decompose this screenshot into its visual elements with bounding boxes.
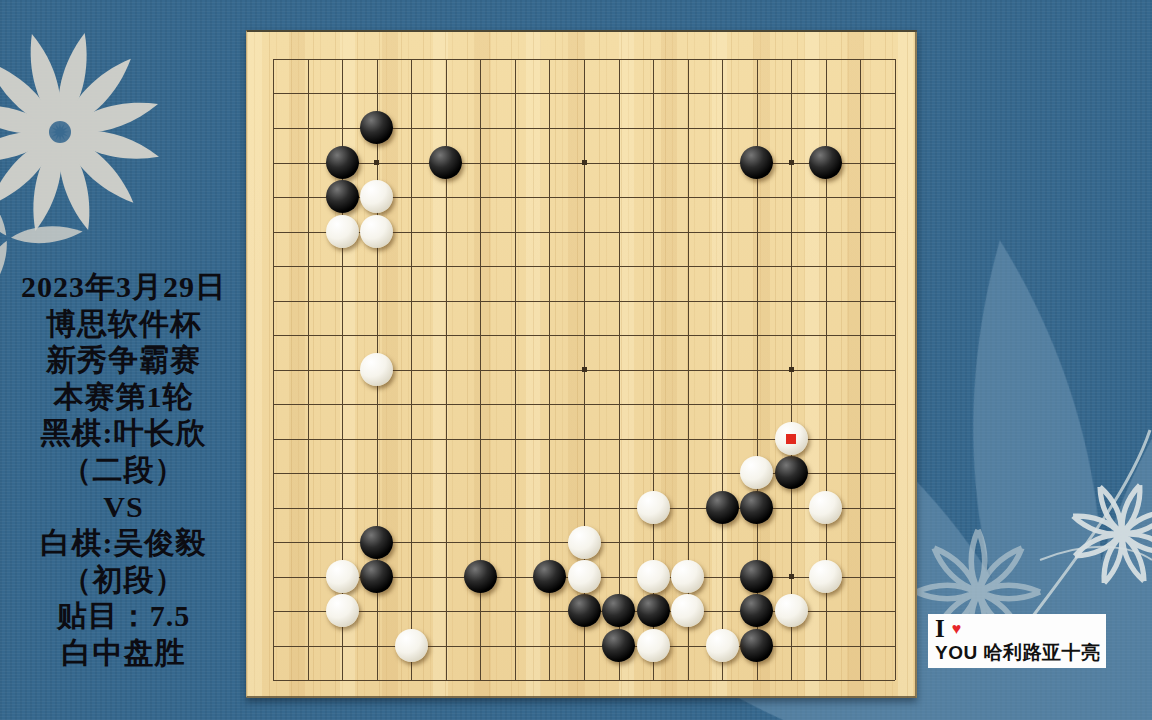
stone-white <box>637 629 670 662</box>
stone-white <box>706 629 739 662</box>
stone-black <box>326 180 359 213</box>
star-point <box>789 160 794 165</box>
info-line: 2023年3月29日 <box>0 269 247 306</box>
stone-black <box>740 594 773 627</box>
stone-white <box>671 594 704 627</box>
stone-white <box>568 526 601 559</box>
stone-black <box>740 146 773 179</box>
stone-black <box>326 146 359 179</box>
stone-black <box>740 629 773 662</box>
info-panel: 2023年3月29日博思软件杯新秀争霸赛本赛第1轮黑棋:叶长欣（二段）VS白棋:… <box>0 269 247 672</box>
stone-black <box>360 526 393 559</box>
star-point <box>374 160 379 165</box>
grass-stem-icon <box>1030 430 1152 620</box>
stone-black <box>706 491 739 524</box>
stone-black <box>602 594 635 627</box>
info-line: 博思软件杯 <box>0 306 247 343</box>
stone-white <box>740 456 773 489</box>
info-line: （初段） <box>0 562 247 599</box>
stone-black <box>740 491 773 524</box>
stone-black <box>360 560 393 593</box>
flower-icon <box>1055 467 1152 600</box>
watermark-i: I <box>935 616 945 641</box>
stone-black <box>464 560 497 593</box>
stone-white <box>809 491 842 524</box>
stone-black <box>775 456 808 489</box>
heart-icon: ♥ <box>952 621 962 637</box>
star-point <box>789 367 794 372</box>
info-line: 白棋:吴俊毅 <box>0 525 247 562</box>
info-line: 贴目：7.5 <box>0 598 247 635</box>
stone-black <box>809 146 842 179</box>
stone-white <box>360 353 393 386</box>
watermark-text: YOU 哈利路亚十亮 <box>935 642 1106 664</box>
info-line: 新秀争霸赛 <box>0 342 247 379</box>
stone-white <box>775 594 808 627</box>
go-board <box>246 30 917 698</box>
stone-black <box>740 560 773 593</box>
screenshot-root: 2023年3月29日博思软件杯新秀争霸赛本赛第1轮黑棋:叶长欣（二段）VS白棋:… <box>0 0 1152 720</box>
stone-black <box>602 629 635 662</box>
stone-white <box>326 560 359 593</box>
watermark-line1: I ♥ <box>935 615 1106 642</box>
stone-white <box>395 629 428 662</box>
stone-white <box>637 491 670 524</box>
flower-icon <box>0 8 184 255</box>
stone-black <box>533 560 566 593</box>
stone-black <box>360 111 393 144</box>
stone-black <box>637 594 670 627</box>
stone-white <box>360 215 393 248</box>
stone-black <box>568 594 601 627</box>
stone-white <box>326 594 359 627</box>
last-move-marker <box>786 434 796 444</box>
stone-white <box>360 180 393 213</box>
stone-white <box>809 560 842 593</box>
board-lines <box>273 59 895 680</box>
flower-center <box>49 121 71 143</box>
info-line: 白中盘胜 <box>0 635 247 672</box>
stone-black <box>429 146 462 179</box>
stone-white <box>568 560 601 593</box>
watermark-box: I ♥ YOU 哈利路亚十亮 <box>928 614 1106 668</box>
stone-white <box>671 560 704 593</box>
star-point <box>789 574 794 579</box>
star-point <box>582 160 587 165</box>
star-point <box>582 367 587 372</box>
stone-white <box>326 215 359 248</box>
stone-white <box>637 560 670 593</box>
info-line: （二段） <box>0 452 247 489</box>
info-line: 黑棋:叶长欣 <box>0 415 247 452</box>
info-line: 本赛第1轮 <box>0 379 247 416</box>
info-line: VS <box>0 489 247 526</box>
